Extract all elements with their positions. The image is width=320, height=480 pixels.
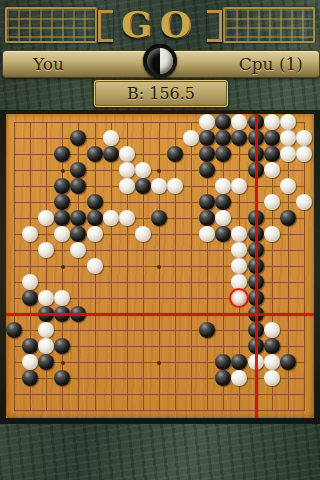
white-stone: [215, 210, 231, 226]
player-black-label: You: [33, 51, 64, 77]
black-stone: [70, 162, 86, 178]
white-stone: [264, 322, 280, 338]
white-stone: [280, 178, 296, 194]
game-title: GO: [0, 2, 320, 46]
black-stone: [199, 194, 215, 210]
white-stone: [22, 274, 38, 290]
black-stone: [22, 338, 38, 354]
board[interactable]: [6, 114, 314, 418]
last-move-ring: [229, 288, 249, 308]
black-stone: [22, 370, 38, 386]
black-stone: [199, 130, 215, 146]
black-stone: [103, 146, 119, 162]
white-stone: [264, 114, 280, 130]
white-stone: [264, 162, 280, 178]
white-stone: [231, 114, 247, 130]
black-stone: [215, 130, 231, 146]
player-white-label: Cpu (1): [239, 51, 303, 77]
turn-indicator: [143, 44, 177, 78]
black-stone: [70, 178, 86, 194]
white-stone: [103, 210, 119, 226]
black-stone: [215, 114, 231, 130]
white-stone: [38, 242, 54, 258]
black-stone: [280, 210, 296, 226]
move-marker-vertical-line: [255, 114, 258, 418]
black-stone: [215, 146, 231, 162]
white-stone: [231, 242, 247, 258]
black-stone: [199, 162, 215, 178]
white-stone: [296, 130, 312, 146]
white-stone: [119, 178, 135, 194]
white-stone: [183, 130, 199, 146]
bottom-bar: Territory Pass: [0, 424, 320, 480]
black-stone: [215, 354, 231, 370]
black-stone: [6, 322, 22, 338]
white-stone: [87, 226, 103, 242]
white-stone: [264, 226, 280, 242]
white-stone: [135, 226, 151, 242]
black-stone: [87, 194, 103, 210]
white-stone: [264, 194, 280, 210]
black-stone: [22, 290, 38, 306]
white-stone: [119, 162, 135, 178]
white-stone: [264, 370, 280, 386]
star-point: [61, 265, 65, 269]
white-stone: [280, 130, 296, 146]
grid-line: [175, 122, 176, 411]
white-stone: [199, 114, 215, 130]
black-stone: [199, 210, 215, 226]
white-stone: [280, 146, 296, 162]
black-stone: [199, 146, 215, 162]
grid-line: [191, 122, 192, 411]
white-stone: [70, 242, 86, 258]
half-black-half-white-stone-icon: [147, 48, 173, 74]
board-frame: [0, 110, 320, 424]
white-stone: [167, 178, 183, 194]
black-stone: [215, 370, 231, 386]
white-stone: [264, 354, 280, 370]
black-stone: [54, 146, 70, 162]
black-stone: [54, 338, 70, 354]
header: GO: [0, 0, 320, 48]
black-stone: [231, 354, 247, 370]
star-point: [61, 169, 65, 173]
star-point: [61, 361, 65, 365]
white-stone: [103, 130, 119, 146]
white-stone: [135, 162, 151, 178]
move-marker-horizontal-line: [6, 313, 314, 316]
black-stone: [70, 210, 86, 226]
black-stone: [280, 354, 296, 370]
black-stone: [264, 146, 280, 162]
white-stone: [199, 226, 215, 242]
black-stone: [167, 146, 183, 162]
score-plaque: B: 156.5: [94, 80, 228, 107]
white-stone: [87, 258, 103, 274]
black-stone: [87, 210, 103, 226]
black-stone: [199, 322, 215, 338]
black-stone: [54, 194, 70, 210]
white-stone: [54, 226, 70, 242]
star-point: [157, 265, 161, 269]
white-stone: [22, 226, 38, 242]
white-stone: [38, 290, 54, 306]
black-stone: [231, 130, 247, 146]
white-stone: [54, 290, 70, 306]
black-stone: [215, 226, 231, 242]
white-stone: [38, 210, 54, 226]
black-stone: [38, 354, 54, 370]
white-stone: [119, 146, 135, 162]
white-stone: [119, 210, 135, 226]
star-point: [157, 169, 161, 173]
white-stone: [296, 194, 312, 210]
black-stone: [264, 338, 280, 354]
white-stone: [280, 114, 296, 130]
white-stone: [38, 338, 54, 354]
white-stone: [231, 258, 247, 274]
white-stone: [22, 354, 38, 370]
white-stone: [38, 322, 54, 338]
black-stone: [215, 194, 231, 210]
black-stone: [54, 210, 70, 226]
black-stone: [135, 178, 151, 194]
black-stone: [70, 130, 86, 146]
black-stone: [151, 210, 167, 226]
white-stone: [215, 178, 231, 194]
black-stone: [70, 226, 86, 242]
black-stone: [54, 370, 70, 386]
grid-line: [14, 394, 305, 395]
white-stone: [231, 226, 247, 242]
black-stone: [264, 130, 280, 146]
white-stone: [296, 146, 312, 162]
white-stone: [231, 178, 247, 194]
star-point: [157, 361, 161, 365]
white-stone: [231, 370, 247, 386]
black-stone: [54, 178, 70, 194]
grid-line: [14, 410, 305, 411]
black-stone: [87, 146, 103, 162]
grid-line: [304, 122, 305, 411]
white-stone: [151, 178, 167, 194]
